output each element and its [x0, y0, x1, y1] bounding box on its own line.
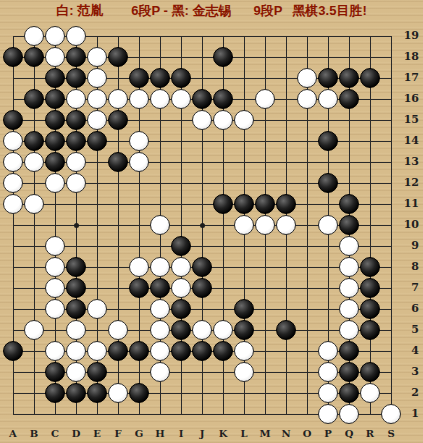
white-stone[interactable] [45, 47, 65, 67]
white-stone[interactable] [129, 89, 149, 109]
white-stone[interactable] [339, 278, 359, 298]
black-stone[interactable] [3, 110, 23, 130]
black-stone[interactable] [234, 320, 254, 340]
white-stone[interactable] [318, 362, 338, 382]
black-stone[interactable] [45, 152, 65, 172]
white-stone[interactable] [381, 404, 401, 424]
white-stone[interactable] [24, 194, 44, 214]
black-stone[interactable] [339, 341, 359, 361]
star-point [74, 223, 79, 228]
row-label: 16 [401, 93, 419, 105]
black-stone[interactable] [318, 131, 338, 151]
white-stone[interactable] [150, 215, 170, 235]
white-stone[interactable] [171, 89, 191, 109]
black-stone[interactable] [213, 341, 233, 361]
black-stone[interactable] [108, 110, 128, 130]
white-stone[interactable] [360, 383, 380, 403]
black-stone[interactable] [87, 362, 107, 382]
black-stone[interactable] [192, 341, 212, 361]
row-label: 2 [401, 387, 419, 399]
column-label: K [213, 428, 233, 440]
black-stone[interactable] [129, 278, 149, 298]
black-stone[interactable] [66, 257, 86, 277]
black-stone[interactable] [108, 341, 128, 361]
white-stone[interactable] [66, 173, 86, 193]
row-label: 4 [401, 345, 419, 357]
black-stone[interactable] [360, 320, 380, 340]
white-stone[interactable] [150, 257, 170, 277]
row-label: 12 [401, 177, 419, 189]
column-label: S [381, 428, 401, 440]
row-label: 5 [401, 324, 419, 336]
white-stone[interactable] [66, 362, 86, 382]
white-stone[interactable] [339, 236, 359, 256]
black-stone[interactable] [66, 278, 86, 298]
black-stone[interactable] [234, 299, 254, 319]
black-stone[interactable] [129, 68, 149, 88]
black-stone[interactable] [192, 278, 212, 298]
white-stone[interactable] [45, 278, 65, 298]
white-stone[interactable] [66, 320, 86, 340]
white-stone[interactable] [87, 110, 107, 130]
white-stone[interactable] [234, 341, 254, 361]
black-stone[interactable] [66, 383, 86, 403]
row-label: 8 [401, 261, 419, 273]
white-stone[interactable] [213, 320, 233, 340]
black-stone[interactable] [213, 47, 233, 67]
white-stone[interactable] [318, 383, 338, 403]
black-stone[interactable] [24, 131, 44, 151]
black-stone[interactable] [45, 362, 65, 382]
black-stone[interactable] [318, 68, 338, 88]
black-stone[interactable] [276, 194, 296, 214]
white-stone[interactable] [150, 89, 170, 109]
column-label: G [129, 428, 149, 440]
grid-line-vertical [370, 36, 371, 415]
white-stone[interactable] [3, 131, 23, 151]
black-stone[interactable] [360, 362, 380, 382]
row-label: 19 [401, 30, 419, 42]
black-stone[interactable] [360, 68, 380, 88]
column-label: B [24, 428, 44, 440]
white-stone[interactable] [108, 383, 128, 403]
black-stone[interactable] [66, 47, 86, 67]
white-stone[interactable] [318, 404, 338, 424]
white-stone[interactable] [24, 152, 44, 172]
white-stone[interactable] [318, 215, 338, 235]
white-stone[interactable] [129, 257, 149, 277]
grid-line-vertical [391, 36, 392, 415]
row-label: 6 [401, 303, 419, 315]
row-label: 3 [401, 366, 419, 378]
white-stone[interactable] [150, 320, 170, 340]
white-stone[interactable] [234, 215, 254, 235]
white-stone[interactable] [171, 278, 191, 298]
white-stone[interactable] [339, 404, 359, 424]
black-stone[interactable] [87, 131, 107, 151]
white-stone[interactable] [150, 362, 170, 382]
white-stone[interactable] [3, 194, 23, 214]
row-label: 17 [401, 72, 419, 84]
star-point [200, 223, 205, 228]
white-stone[interactable] [66, 89, 86, 109]
black-stone[interactable] [45, 68, 65, 88]
column-label: A [3, 428, 23, 440]
white-stone[interactable] [3, 152, 23, 172]
white-stone[interactable] [24, 26, 44, 46]
black-stone[interactable] [318, 173, 338, 193]
white-stone[interactable] [87, 47, 107, 67]
white-stone[interactable] [45, 26, 65, 46]
black-stone[interactable] [129, 341, 149, 361]
column-label: R [360, 428, 380, 440]
white-stone[interactable] [87, 341, 107, 361]
black-stone[interactable] [150, 68, 170, 88]
black-stone[interactable] [24, 47, 44, 67]
black-stone[interactable] [3, 341, 23, 361]
white-stone[interactable] [87, 89, 107, 109]
black-stone[interactable] [339, 362, 359, 382]
row-label: 18 [401, 51, 419, 63]
column-label: F [108, 428, 128, 440]
white-stone[interactable] [3, 173, 23, 193]
black-stone[interactable] [171, 68, 191, 88]
black-stone[interactable] [339, 383, 359, 403]
black-stone[interactable] [192, 89, 212, 109]
white-stone[interactable] [66, 341, 86, 361]
column-label: E [87, 428, 107, 440]
black-stone[interactable] [45, 383, 65, 403]
white-stone[interactable] [45, 173, 65, 193]
black-stone[interactable] [192, 257, 212, 277]
row-label: 11 [401, 198, 419, 210]
white-stone[interactable] [318, 89, 338, 109]
black-stone[interactable] [360, 299, 380, 319]
white-stone[interactable] [213, 110, 233, 130]
black-stone[interactable] [66, 131, 86, 151]
black-stone[interactable] [66, 299, 86, 319]
column-label: Q [339, 428, 359, 440]
white-stone[interactable] [255, 215, 275, 235]
black-stone[interactable] [360, 278, 380, 298]
column-label: J [192, 428, 212, 440]
white-stone[interactable] [108, 320, 128, 340]
black-stone[interactable] [171, 320, 191, 340]
white-stone[interactable] [45, 257, 65, 277]
white-stone[interactable] [87, 299, 107, 319]
row-label: 7 [401, 282, 419, 294]
column-label: L [234, 428, 254, 440]
black-stone[interactable] [339, 89, 359, 109]
black-stone[interactable] [45, 89, 65, 109]
black-stone[interactable] [171, 341, 191, 361]
white-stone[interactable] [192, 110, 212, 130]
white-stone[interactable] [66, 152, 86, 172]
black-stone[interactable] [150, 278, 170, 298]
white-stone[interactable] [339, 320, 359, 340]
column-label: M [255, 428, 275, 440]
black-stone[interactable] [66, 68, 86, 88]
row-label: 9 [401, 240, 419, 252]
column-label: D [66, 428, 86, 440]
black-stone[interactable] [213, 89, 233, 109]
white-stone[interactable] [276, 215, 296, 235]
white-stone[interactable] [66, 26, 86, 46]
white-stone[interactable] [45, 236, 65, 256]
column-label: I [171, 428, 191, 440]
white-stone[interactable] [297, 68, 317, 88]
black-stone[interactable] [339, 68, 359, 88]
white-stone[interactable] [339, 299, 359, 319]
black-stone[interactable] [108, 47, 128, 67]
white-stone[interactable] [24, 320, 44, 340]
black-stone[interactable] [45, 131, 65, 151]
go-board[interactable]: ABCDEFGHIJKLMNOPQRS191817161514131211109… [0, 0, 423, 443]
black-stone[interactable] [66, 110, 86, 130]
white-stone[interactable] [87, 68, 107, 88]
white-stone[interactable] [150, 341, 170, 361]
white-stone[interactable] [129, 131, 149, 151]
white-stone[interactable] [171, 257, 191, 277]
white-stone[interactable] [108, 89, 128, 109]
black-stone[interactable] [339, 194, 359, 214]
white-stone[interactable] [45, 299, 65, 319]
column-label: O [297, 428, 317, 440]
white-stone[interactable] [234, 110, 254, 130]
black-stone[interactable] [45, 110, 65, 130]
black-stone[interactable] [255, 194, 275, 214]
black-stone[interactable] [360, 257, 380, 277]
white-stone[interactable] [150, 299, 170, 319]
black-stone[interactable] [3, 47, 23, 67]
black-stone[interactable] [234, 194, 254, 214]
row-label: 1 [401, 408, 419, 420]
row-label: 15 [401, 114, 419, 126]
grid-line-horizontal [13, 246, 392, 247]
white-stone[interactable] [318, 341, 338, 361]
black-stone[interactable] [213, 194, 233, 214]
white-stone[interactable] [192, 320, 212, 340]
column-label: N [276, 428, 296, 440]
white-stone[interactable] [339, 257, 359, 277]
black-stone[interactable] [24, 89, 44, 109]
white-stone[interactable] [297, 89, 317, 109]
white-stone[interactable] [234, 362, 254, 382]
white-stone[interactable] [255, 89, 275, 109]
column-label: C [45, 428, 65, 440]
row-label: 13 [401, 156, 419, 168]
black-stone[interactable] [171, 236, 191, 256]
black-stone[interactable] [108, 152, 128, 172]
column-label: H [150, 428, 170, 440]
black-stone[interactable] [171, 299, 191, 319]
row-label: 10 [401, 219, 419, 231]
black-stone[interactable] [87, 383, 107, 403]
black-stone[interactable] [129, 383, 149, 403]
row-label: 14 [401, 135, 419, 147]
go-game-window: 白: 范胤 6段P - 黑: 金志锡 9段P 黑棋3.5目胜! ABCDEFGH… [0, 0, 423, 443]
black-stone[interactable] [339, 215, 359, 235]
white-stone[interactable] [45, 341, 65, 361]
black-stone[interactable] [276, 320, 296, 340]
column-label: P [318, 428, 338, 440]
white-stone[interactable] [129, 152, 149, 172]
